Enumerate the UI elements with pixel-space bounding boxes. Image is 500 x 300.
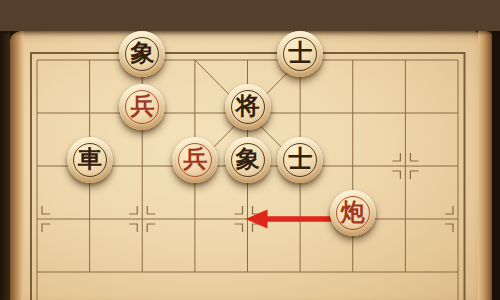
piece-glyph: 象 [130, 41, 154, 65]
piece-red-soldier[interactable]: 兵 [172, 137, 218, 183]
piece-glyph: 兵 [130, 94, 154, 118]
xiangqi-app-screen: 象士兵将車兵象士炮 [0, 0, 500, 300]
piece-black-elephant[interactable]: 象 [119, 31, 165, 77]
piece-glyph: 車 [78, 147, 102, 171]
piece-glyph: 兵 [183, 147, 207, 171]
pieces-layer: 象士兵将車兵象士炮 [0, 0, 500, 300]
piece-red-soldier[interactable]: 兵 [119, 84, 165, 130]
piece-glyph: 将 [236, 94, 260, 118]
piece-glyph: 士 [288, 41, 312, 65]
piece-black-chariot[interactable]: 車 [67, 137, 113, 183]
piece-black-general[interactable]: 将 [225, 84, 271, 130]
piece-glyph: 士 [288, 147, 312, 171]
piece-black-elephant[interactable]: 象 [225, 137, 271, 183]
piece-black-advisor[interactable]: 士 [277, 31, 323, 77]
piece-glyph: 炮 [341, 200, 365, 224]
piece-red-cannon[interactable]: 炮 [330, 190, 376, 236]
piece-glyph: 象 [236, 147, 260, 171]
piece-black-advisor[interactable]: 士 [277, 137, 323, 183]
